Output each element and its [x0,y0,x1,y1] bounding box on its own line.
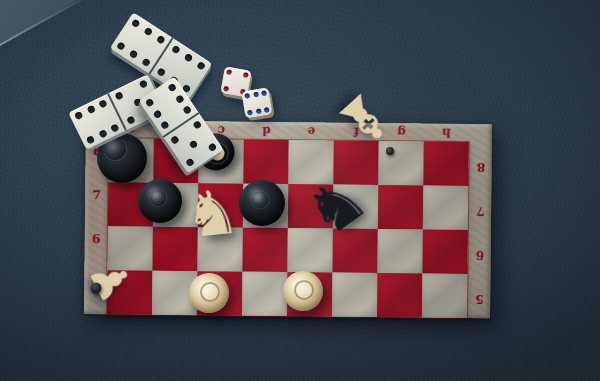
objects-layer: ♞♞♝♟ [0,0,600,381]
pip [144,98,154,108]
pip [156,35,166,45]
pip [139,80,148,89]
pip [189,139,199,149]
black-pawn-a8-top-knob [104,138,126,160]
die-red-pip [224,86,230,92]
black-pawn-d7-top-knob [252,192,269,209]
piece-black-pawn-d7[interactable] [239,180,285,226]
pip [110,123,119,132]
pip [156,68,166,78]
pip [114,92,123,101]
piece-white-pawn-e5[interactable] [283,271,323,311]
photo-scene: abcdefgh 8765 8765 ♞♞♝♟ [0,0,600,381]
piece-white-pawn-c5[interactable] [189,273,229,313]
piece-black-knight-f7[interactable]: ♞ [294,163,378,249]
pip [171,45,181,55]
die-blue-pip [263,107,269,113]
pip [208,142,218,152]
piece-white-knight-c7[interactable]: ♞ [181,180,243,247]
die-blue-showing-6[interactable] [242,88,273,119]
black-pawn-b7-top-knob [150,190,166,206]
die-blue-pip [247,109,253,115]
pip [170,135,180,145]
pip [196,61,206,71]
pip [99,99,108,108]
pip [126,115,135,124]
white-pawn-c5-top-knob [200,282,220,302]
die-red-pip [227,70,233,76]
pip [192,120,202,130]
pip [74,111,83,120]
pip [167,82,177,92]
pip [152,109,162,119]
pip [175,94,185,104]
pip [131,19,141,29]
white-pawn-a5-dark-tip [91,283,102,294]
pip [160,121,170,131]
die-red-pip [242,73,248,79]
pip [129,50,139,60]
pip [141,58,151,68]
pip [85,135,94,144]
die-blue-pip [253,92,259,98]
pip [116,42,126,52]
piece-white-pawn-a5[interactable]: ♟ [81,252,141,310]
piece-black-pawn-b7[interactable] [138,179,182,223]
pip [185,158,195,168]
white-bishop-f8-dark-tip [386,147,394,155]
die-blue-pip [245,93,251,99]
pip [184,53,194,63]
pip [144,27,154,37]
pip [86,105,95,114]
pip [183,105,193,115]
die-blue-pip [255,108,261,114]
pip [98,129,107,138]
die-blue-pip [261,91,267,97]
white-pawn-e5-top-knob [294,280,314,300]
